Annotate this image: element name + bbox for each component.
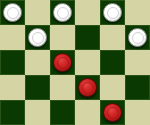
checkers-board xyxy=(0,0,150,125)
white-checker-piece[interactable] xyxy=(128,28,147,47)
dark-square[interactable] xyxy=(100,100,125,125)
light-square xyxy=(50,75,75,100)
dark-square[interactable] xyxy=(75,25,100,50)
piece-crown-ring xyxy=(57,57,69,69)
piece-crown-ring xyxy=(7,7,19,19)
light-square xyxy=(100,25,125,50)
piece-crown-ring xyxy=(57,7,69,19)
light-square xyxy=(75,0,100,25)
light-square xyxy=(25,50,50,75)
dark-square[interactable] xyxy=(0,0,25,25)
dark-square[interactable] xyxy=(125,75,150,100)
piece-crown-ring xyxy=(132,32,144,44)
light-square xyxy=(25,100,50,125)
light-square xyxy=(50,25,75,50)
light-square xyxy=(100,75,125,100)
white-checker-piece[interactable] xyxy=(53,3,72,22)
piece-crown-ring xyxy=(82,82,94,94)
dark-square[interactable] xyxy=(0,100,25,125)
dark-square[interactable] xyxy=(100,50,125,75)
white-checker-piece[interactable] xyxy=(3,3,22,22)
piece-crown-ring xyxy=(32,32,44,44)
light-square xyxy=(0,75,25,100)
red-checker-piece[interactable] xyxy=(103,103,122,122)
light-square xyxy=(125,100,150,125)
dark-square[interactable] xyxy=(100,0,125,25)
dark-square[interactable] xyxy=(125,25,150,50)
light-square xyxy=(75,50,100,75)
red-checker-piece[interactable] xyxy=(53,53,72,72)
light-square xyxy=(125,50,150,75)
white-checker-piece[interactable] xyxy=(28,28,47,47)
light-square xyxy=(75,100,100,125)
dark-square[interactable] xyxy=(25,25,50,50)
light-square xyxy=(125,0,150,25)
dark-square[interactable] xyxy=(50,0,75,25)
white-checker-piece[interactable] xyxy=(103,3,122,22)
dark-square[interactable] xyxy=(0,50,25,75)
dark-square[interactable] xyxy=(50,50,75,75)
dark-square[interactable] xyxy=(50,100,75,125)
light-square xyxy=(0,25,25,50)
light-square xyxy=(25,0,50,25)
red-checker-piece[interactable] xyxy=(78,78,97,97)
piece-crown-ring xyxy=(107,107,119,119)
dark-square[interactable] xyxy=(25,75,50,100)
dark-square[interactable] xyxy=(75,75,100,100)
piece-crown-ring xyxy=(107,7,119,19)
